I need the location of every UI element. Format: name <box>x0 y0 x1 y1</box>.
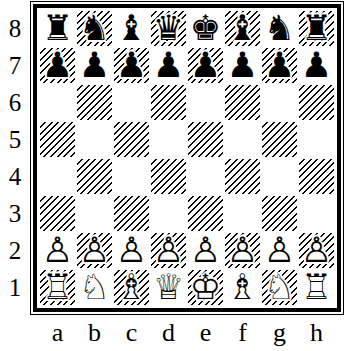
square-a2[interactable]: ♟♙ <box>39 232 76 269</box>
black-pawn-b7[interactable]: ♟♟ <box>76 47 113 84</box>
white-knight-b1[interactable]: ♞♘ <box>76 269 113 306</box>
rank-label-5: 5 <box>0 121 30 158</box>
black-knight-b8[interactable]: ♞♞ <box>76 10 113 47</box>
black-rook-icon: ♜ <box>42 10 73 47</box>
square-h2[interactable]: ♟♙ <box>298 232 335 269</box>
square-a5[interactable] <box>39 121 76 158</box>
white-rook-icon: ♖ <box>42 269 73 306</box>
square-f1[interactable]: ♝♗ <box>224 269 261 306</box>
black-pawn-a7[interactable]: ♟♟ <box>39 47 76 84</box>
white-knight-g1[interactable]: ♞♘ <box>261 269 298 306</box>
black-rook-a8[interactable]: ♜♜ <box>39 10 76 47</box>
black-knight-icon: ♞ <box>264 10 295 47</box>
white-rook-h1[interactable]: ♜♖ <box>298 269 335 306</box>
square-g3[interactable] <box>261 195 298 232</box>
square-d1[interactable]: ♛♕ <box>150 269 187 306</box>
square-c8[interactable]: ♝♝ <box>113 10 150 47</box>
square-b7[interactable]: ♟♟ <box>76 47 113 84</box>
square-c2[interactable]: ♟♙ <box>113 232 150 269</box>
board-inner-frame: ♜♜♞♞♝♝♛♛♚♚♝♝♞♞♜♜♟♟♟♟♟♟♟♟♟♟♟♟♟♟♟♟♟♙♟♙♟♙♟♙… <box>33 4 341 312</box>
square-a4[interactable] <box>39 158 76 195</box>
black-pawn-c7[interactable]: ♟♟ <box>113 47 150 84</box>
file-label-f: f <box>224 316 261 349</box>
square-h6[interactable] <box>298 84 335 121</box>
black-pawn-icon: ♟ <box>264 47 295 84</box>
rank-label-4: 4 <box>0 158 30 195</box>
square-e2[interactable]: ♟♙ <box>187 232 224 269</box>
black-pawn-icon: ♟ <box>301 47 332 84</box>
black-pawn-icon: ♟ <box>227 47 258 84</box>
square-b8[interactable]: ♞♞ <box>76 10 113 47</box>
black-rook-icon: ♜ <box>301 10 332 47</box>
square-f8[interactable]: ♝♝ <box>224 10 261 47</box>
black-bishop-f8[interactable]: ♝♝ <box>224 10 261 47</box>
white-rook-icon: ♖ <box>301 269 332 306</box>
white-pawn-g2[interactable]: ♟♙ <box>261 232 298 269</box>
black-pawn-icon: ♟ <box>42 47 73 84</box>
square-a6[interactable] <box>39 84 76 121</box>
square-e6[interactable] <box>187 84 224 121</box>
white-pawn-icon: ♙ <box>79 232 110 269</box>
square-e3[interactable] <box>187 195 224 232</box>
black-pawn-icon: ♟ <box>190 47 221 84</box>
black-queen-icon: ♛ <box>153 10 184 47</box>
white-king-e1[interactable]: ♚♔ <box>187 269 224 306</box>
white-pawn-icon: ♙ <box>116 232 147 269</box>
white-bishop-f1[interactable]: ♝♗ <box>224 269 261 306</box>
white-knight-icon: ♘ <box>264 269 295 306</box>
square-g2[interactable]: ♟♙ <box>261 232 298 269</box>
white-rook-a1[interactable]: ♜♖ <box>39 269 76 306</box>
black-pawn-icon: ♟ <box>153 47 184 84</box>
black-bishop-icon: ♝ <box>116 10 147 47</box>
white-pawn-icon: ♙ <box>264 232 295 269</box>
square-h4[interactable] <box>298 158 335 195</box>
rank-label-3: 3 <box>0 195 30 232</box>
board-frame: ♜♜♞♞♝♝♛♛♚♚♝♝♞♞♜♜♟♟♟♟♟♟♟♟♟♟♟♟♟♟♟♟♟♙♟♙♟♙♟♙… <box>30 1 344 315</box>
square-d4[interactable] <box>150 158 187 195</box>
square-f7[interactable]: ♟♟ <box>224 47 261 84</box>
square-c4[interactable] <box>113 158 150 195</box>
square-d3[interactable] <box>150 195 187 232</box>
black-pawn-h7[interactable]: ♟♟ <box>298 47 335 84</box>
square-b3[interactable] <box>76 195 113 232</box>
square-c5[interactable] <box>113 121 150 158</box>
square-e5[interactable] <box>187 121 224 158</box>
rank-labels: 87654321 <box>0 10 30 306</box>
white-pawn-f2[interactable]: ♟♙ <box>224 232 261 269</box>
square-b5[interactable] <box>76 121 113 158</box>
rank-label-1: 1 <box>0 269 30 306</box>
square-b4[interactable] <box>76 158 113 195</box>
square-a7[interactable]: ♟♟ <box>39 47 76 84</box>
black-pawn-g7[interactable]: ♟♟ <box>261 47 298 84</box>
white-pawn-b2[interactable]: ♟♙ <box>76 232 113 269</box>
square-d6[interactable] <box>150 84 187 121</box>
square-f6[interactable] <box>224 84 261 121</box>
white-pawn-icon: ♙ <box>153 232 184 269</box>
square-f3[interactable] <box>224 195 261 232</box>
file-label-c: c <box>113 316 150 349</box>
square-a8[interactable]: ♜♜ <box>39 10 76 47</box>
square-c6[interactable] <box>113 84 150 121</box>
square-c3[interactable] <box>113 195 150 232</box>
white-bishop-c1[interactable]: ♝♗ <box>113 269 150 306</box>
file-label-d: d <box>150 316 187 349</box>
black-king-e8[interactable]: ♚♚ <box>187 10 224 47</box>
file-label-g: g <box>261 316 298 349</box>
rank-label-2: 2 <box>0 232 30 269</box>
black-king-icon: ♚ <box>190 10 221 47</box>
file-label-a: a <box>39 316 76 349</box>
white-pawn-icon: ♙ <box>227 232 258 269</box>
rank-label-7: 7 <box>0 47 30 84</box>
white-pawn-c2[interactable]: ♟♙ <box>113 232 150 269</box>
square-d7[interactable]: ♟♟ <box>150 47 187 84</box>
square-e8[interactable]: ♚♚ <box>187 10 224 47</box>
square-a1[interactable]: ♜♖ <box>39 269 76 306</box>
board-grid: ♜♜♞♞♝♝♛♛♚♚♝♝♞♞♜♜♟♟♟♟♟♟♟♟♟♟♟♟♟♟♟♟♟♙♟♙♟♙♟♙… <box>39 10 335 306</box>
white-bishop-icon: ♗ <box>116 269 147 306</box>
white-pawn-a2[interactable]: ♟♙ <box>39 232 76 269</box>
black-rook-h8[interactable]: ♜♜ <box>298 10 335 47</box>
square-g7[interactable]: ♟♟ <box>261 47 298 84</box>
square-g8[interactable]: ♞♞ <box>261 10 298 47</box>
square-h8[interactable]: ♜♜ <box>298 10 335 47</box>
square-g1[interactable]: ♞♘ <box>261 269 298 306</box>
white-pawn-icon: ♙ <box>42 232 73 269</box>
square-d8[interactable]: ♛♛ <box>150 10 187 47</box>
square-e4[interactable] <box>187 158 224 195</box>
square-b2[interactable]: ♟♙ <box>76 232 113 269</box>
white-knight-icon: ♘ <box>79 269 110 306</box>
white-pawn-icon: ♙ <box>190 232 221 269</box>
white-pawn-e2[interactable]: ♟♙ <box>187 232 224 269</box>
white-queen-icon: ♕ <box>153 269 184 306</box>
square-e7[interactable]: ♟♟ <box>187 47 224 84</box>
black-pawn-e7[interactable]: ♟♟ <box>187 47 224 84</box>
file-label-e: e <box>187 316 224 349</box>
black-knight-icon: ♞ <box>79 10 110 47</box>
file-label-h: h <box>298 316 335 349</box>
white-pawn-d2[interactable]: ♟♙ <box>150 232 187 269</box>
square-e1[interactable]: ♚♔ <box>187 269 224 306</box>
square-g6[interactable] <box>261 84 298 121</box>
black-pawn-f7[interactable]: ♟♟ <box>224 47 261 84</box>
white-pawn-h2[interactable]: ♟♙ <box>298 232 335 269</box>
square-f4[interactable] <box>224 158 261 195</box>
black-pawn-d7[interactable]: ♟♟ <box>150 47 187 84</box>
black-pawn-icon: ♟ <box>79 47 110 84</box>
rank-label-8: 8 <box>0 10 30 47</box>
black-queen-d8[interactable]: ♛♛ <box>150 10 187 47</box>
square-c1[interactable]: ♝♗ <box>113 269 150 306</box>
black-knight-g8[interactable]: ♞♞ <box>261 10 298 47</box>
rank-label-6: 6 <box>0 84 30 121</box>
square-h5[interactable] <box>298 121 335 158</box>
square-f5[interactable] <box>224 121 261 158</box>
white-bishop-icon: ♗ <box>227 269 258 306</box>
black-bishop-c8[interactable]: ♝♝ <box>113 10 150 47</box>
square-d2[interactable]: ♟♙ <box>150 232 187 269</box>
square-g5[interactable] <box>261 121 298 158</box>
white-queen-d1[interactable]: ♛♕ <box>150 269 187 306</box>
file-label-b: b <box>76 316 113 349</box>
square-f2[interactable]: ♟♙ <box>224 232 261 269</box>
square-h7[interactable]: ♟♟ <box>298 47 335 84</box>
black-pawn-icon: ♟ <box>116 47 147 84</box>
white-king-icon: ♔ <box>190 269 221 306</box>
square-h3[interactable] <box>298 195 335 232</box>
square-d5[interactable] <box>150 121 187 158</box>
black-bishop-icon: ♝ <box>227 10 258 47</box>
chess-diagram: 87654321 ♜♜♞♞♝♝♛♛♚♚♝♝♞♞♜♜♟♟♟♟♟♟♟♟♟♟♟♟♟♟♟… <box>0 0 350 351</box>
square-h1[interactable]: ♜♖ <box>298 269 335 306</box>
square-b1[interactable]: ♞♘ <box>76 269 113 306</box>
white-pawn-icon: ♙ <box>301 232 332 269</box>
file-labels: abcdefgh <box>39 316 335 349</box>
square-a3[interactable] <box>39 195 76 232</box>
square-g4[interactable] <box>261 158 298 195</box>
square-c7[interactable]: ♟♟ <box>113 47 150 84</box>
square-b6[interactable] <box>76 84 113 121</box>
